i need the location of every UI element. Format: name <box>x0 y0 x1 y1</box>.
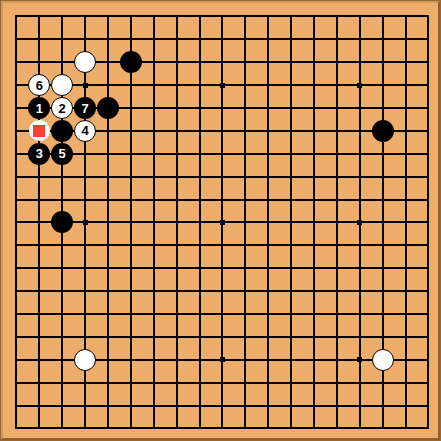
intersection <box>325 280 348 303</box>
intersection <box>234 97 257 120</box>
intersection <box>142 371 165 394</box>
intersection <box>5 74 28 97</box>
intersection <box>119 188 142 211</box>
intersection <box>394 119 417 142</box>
intersection <box>97 51 120 74</box>
intersection <box>280 257 303 280</box>
intersection <box>417 51 440 74</box>
intersection <box>142 142 165 165</box>
intersection <box>5 257 28 280</box>
intersection <box>5 5 28 28</box>
intersection <box>211 394 234 417</box>
intersection <box>325 348 348 371</box>
intersection <box>394 280 417 303</box>
intersection <box>188 51 211 74</box>
intersection <box>371 280 394 303</box>
intersection <box>188 280 211 303</box>
intersection <box>303 257 326 280</box>
intersection <box>165 74 188 97</box>
intersection <box>280 5 303 28</box>
intersection <box>348 417 371 440</box>
intersection <box>325 371 348 394</box>
intersection <box>257 234 280 257</box>
intersection <box>97 348 120 371</box>
intersection <box>211 165 234 188</box>
intersection <box>28 165 51 188</box>
intersection <box>119 257 142 280</box>
intersection <box>211 280 234 303</box>
intersection <box>97 417 120 440</box>
intersection <box>142 97 165 120</box>
red-square-icon <box>33 125 45 137</box>
intersection <box>5 371 28 394</box>
intersection <box>394 394 417 417</box>
intersection <box>5 348 28 371</box>
intersection <box>257 257 280 280</box>
intersection <box>234 119 257 142</box>
intersection <box>257 348 280 371</box>
intersection <box>211 28 234 51</box>
intersection <box>417 74 440 97</box>
intersection <box>97 5 120 28</box>
intersection <box>165 51 188 74</box>
intersection <box>303 142 326 165</box>
intersection <box>417 119 440 142</box>
intersection <box>303 325 326 348</box>
intersection <box>97 325 120 348</box>
intersection <box>211 303 234 326</box>
star-point <box>357 83 362 88</box>
intersection <box>371 188 394 211</box>
intersection <box>51 325 74 348</box>
goban: 6127435 <box>1 1 440 440</box>
intersection <box>303 97 326 120</box>
intersection <box>211 417 234 440</box>
intersection <box>211 257 234 280</box>
intersection <box>371 325 394 348</box>
star-point <box>220 357 225 362</box>
intersection <box>28 348 51 371</box>
intersection <box>280 303 303 326</box>
intersection <box>211 234 234 257</box>
intersection <box>165 348 188 371</box>
intersection <box>348 97 371 120</box>
intersection <box>188 28 211 51</box>
intersection <box>28 417 51 440</box>
intersection <box>234 371 257 394</box>
intersection <box>371 303 394 326</box>
intersection <box>5 234 28 257</box>
intersection <box>371 97 394 120</box>
intersection <box>74 303 97 326</box>
intersection <box>188 257 211 280</box>
intersection <box>142 74 165 97</box>
intersection <box>28 28 51 51</box>
intersection <box>97 371 120 394</box>
intersection <box>394 74 417 97</box>
intersection <box>234 211 257 234</box>
intersection <box>234 234 257 257</box>
intersection <box>142 325 165 348</box>
white-stone-move-4: 4 <box>74 120 96 142</box>
intersection <box>234 280 257 303</box>
intersection <box>325 325 348 348</box>
intersection <box>280 119 303 142</box>
goban-frame: 6127435 <box>0 0 441 441</box>
intersection <box>97 211 120 234</box>
intersection <box>257 280 280 303</box>
intersection <box>165 97 188 120</box>
intersection <box>417 165 440 188</box>
intersection <box>303 188 326 211</box>
intersection <box>28 211 51 234</box>
intersection <box>394 165 417 188</box>
intersection <box>303 74 326 97</box>
intersection <box>142 28 165 51</box>
intersection <box>257 303 280 326</box>
intersection <box>257 119 280 142</box>
intersection <box>211 325 234 348</box>
intersection <box>325 142 348 165</box>
intersection <box>257 142 280 165</box>
intersection <box>97 74 120 97</box>
intersection <box>348 325 371 348</box>
black-stone-move-5: 5 <box>51 143 73 165</box>
star-point <box>220 83 225 88</box>
intersection <box>97 303 120 326</box>
black-stone <box>97 97 119 119</box>
black-stone <box>51 120 73 142</box>
intersection <box>348 280 371 303</box>
intersection <box>97 165 120 188</box>
intersection <box>211 371 234 394</box>
intersection <box>74 394 97 417</box>
intersection <box>257 325 280 348</box>
intersection <box>165 257 188 280</box>
intersection <box>51 371 74 394</box>
intersection <box>97 142 120 165</box>
intersection <box>348 371 371 394</box>
intersection <box>142 303 165 326</box>
intersection <box>371 5 394 28</box>
intersection <box>417 257 440 280</box>
intersection <box>165 28 188 51</box>
intersection <box>417 394 440 417</box>
intersection <box>5 119 28 142</box>
intersection <box>280 371 303 394</box>
intersection <box>417 188 440 211</box>
intersection <box>188 165 211 188</box>
intersection <box>303 51 326 74</box>
intersection <box>325 119 348 142</box>
intersection <box>280 348 303 371</box>
intersection <box>28 257 51 280</box>
white-stone <box>372 349 394 371</box>
intersection <box>188 142 211 165</box>
intersection <box>142 119 165 142</box>
intersection <box>188 325 211 348</box>
intersection <box>234 417 257 440</box>
intersection <box>188 97 211 120</box>
star-point <box>83 220 88 225</box>
intersection <box>371 371 394 394</box>
intersection <box>234 394 257 417</box>
intersection <box>119 97 142 120</box>
black-stone <box>120 51 142 73</box>
intersection <box>394 257 417 280</box>
black-stone-move-3: 3 <box>28 143 50 165</box>
intersection <box>234 165 257 188</box>
intersection <box>165 417 188 440</box>
intersection <box>5 142 28 165</box>
intersection <box>417 28 440 51</box>
intersection <box>74 325 97 348</box>
intersection <box>348 28 371 51</box>
intersection <box>51 348 74 371</box>
intersection <box>371 142 394 165</box>
intersection <box>257 188 280 211</box>
intersection <box>303 119 326 142</box>
intersection <box>74 257 97 280</box>
intersection <box>74 165 97 188</box>
intersection <box>119 74 142 97</box>
intersection <box>280 325 303 348</box>
intersection <box>5 417 28 440</box>
intersection <box>74 371 97 394</box>
intersection <box>51 51 74 74</box>
intersection <box>371 28 394 51</box>
intersection <box>165 280 188 303</box>
intersection <box>188 394 211 417</box>
intersection <box>51 28 74 51</box>
intersection <box>234 74 257 97</box>
intersection <box>257 371 280 394</box>
intersection <box>119 417 142 440</box>
intersection <box>142 280 165 303</box>
intersection <box>119 5 142 28</box>
intersection <box>97 394 120 417</box>
intersection <box>5 325 28 348</box>
intersection <box>119 28 142 51</box>
star-point <box>83 83 88 88</box>
intersection <box>165 188 188 211</box>
intersection <box>325 303 348 326</box>
intersection <box>303 5 326 28</box>
intersection <box>74 417 97 440</box>
intersection <box>417 348 440 371</box>
intersection <box>211 5 234 28</box>
intersection <box>165 119 188 142</box>
intersection <box>325 417 348 440</box>
intersection <box>142 257 165 280</box>
intersection <box>28 371 51 394</box>
intersection <box>119 119 142 142</box>
intersection <box>371 74 394 97</box>
intersection <box>142 417 165 440</box>
intersection <box>51 303 74 326</box>
intersection <box>97 280 120 303</box>
intersection <box>5 280 28 303</box>
intersection <box>165 5 188 28</box>
intersection <box>348 394 371 417</box>
intersection <box>280 51 303 74</box>
intersection <box>119 142 142 165</box>
intersection <box>234 142 257 165</box>
intersection <box>371 417 394 440</box>
intersection <box>394 371 417 394</box>
intersection <box>211 51 234 74</box>
intersection <box>303 394 326 417</box>
intersection <box>74 234 97 257</box>
intersection <box>165 165 188 188</box>
intersection <box>211 188 234 211</box>
intersection <box>5 28 28 51</box>
intersection <box>371 234 394 257</box>
intersection <box>74 188 97 211</box>
intersection <box>97 188 120 211</box>
intersection <box>280 211 303 234</box>
intersection <box>348 165 371 188</box>
intersection <box>28 234 51 257</box>
intersection <box>5 97 28 120</box>
intersection <box>325 188 348 211</box>
intersection <box>394 417 417 440</box>
white-stone <box>74 349 96 371</box>
intersection <box>188 74 211 97</box>
intersection <box>417 142 440 165</box>
intersection <box>211 97 234 120</box>
intersection <box>142 188 165 211</box>
intersection <box>234 303 257 326</box>
intersection <box>394 348 417 371</box>
intersection <box>5 51 28 74</box>
intersection <box>280 74 303 97</box>
intersection <box>119 303 142 326</box>
intersection <box>325 51 348 74</box>
star-point <box>357 220 362 225</box>
intersection <box>394 188 417 211</box>
intersection <box>165 142 188 165</box>
intersection <box>188 303 211 326</box>
intersection <box>348 119 371 142</box>
intersection <box>5 211 28 234</box>
intersection <box>325 28 348 51</box>
intersection <box>28 303 51 326</box>
intersection <box>51 280 74 303</box>
intersection <box>417 234 440 257</box>
intersection <box>211 119 234 142</box>
intersection <box>5 303 28 326</box>
intersection <box>348 5 371 28</box>
intersection <box>303 211 326 234</box>
intersection <box>280 97 303 120</box>
intersection <box>325 257 348 280</box>
intersection <box>211 142 234 165</box>
intersection <box>394 142 417 165</box>
intersection <box>51 5 74 28</box>
intersection <box>348 303 371 326</box>
intersection <box>51 165 74 188</box>
intersection <box>394 5 417 28</box>
intersection <box>325 394 348 417</box>
intersection <box>257 28 280 51</box>
intersection <box>165 234 188 257</box>
intersection <box>371 211 394 234</box>
intersection <box>417 325 440 348</box>
intersection <box>74 28 97 51</box>
intersection <box>51 257 74 280</box>
intersection <box>325 211 348 234</box>
intersection <box>257 74 280 97</box>
intersection <box>257 51 280 74</box>
star-point <box>220 220 225 225</box>
intersection <box>371 257 394 280</box>
intersection <box>188 119 211 142</box>
intersection <box>142 394 165 417</box>
intersection <box>280 142 303 165</box>
intersection <box>325 234 348 257</box>
intersection <box>325 74 348 97</box>
intersection <box>280 188 303 211</box>
intersection <box>188 5 211 28</box>
intersection <box>394 303 417 326</box>
intersection <box>371 51 394 74</box>
intersection <box>5 394 28 417</box>
intersection <box>142 165 165 188</box>
intersection <box>142 211 165 234</box>
intersection <box>51 188 74 211</box>
intersection <box>303 165 326 188</box>
intersection <box>234 348 257 371</box>
intersection <box>394 234 417 257</box>
intersection <box>97 28 120 51</box>
intersection <box>5 188 28 211</box>
intersection <box>165 394 188 417</box>
intersection <box>325 97 348 120</box>
intersection <box>119 165 142 188</box>
intersection <box>188 211 211 234</box>
intersection <box>188 371 211 394</box>
intersection <box>257 394 280 417</box>
black-stone <box>372 120 394 142</box>
intersection <box>97 234 120 257</box>
intersection <box>119 280 142 303</box>
intersection <box>303 348 326 371</box>
intersection <box>234 188 257 211</box>
intersection <box>142 234 165 257</box>
intersection <box>348 188 371 211</box>
intersection <box>119 371 142 394</box>
intersection <box>325 5 348 28</box>
intersection <box>417 97 440 120</box>
intersection <box>74 5 97 28</box>
intersection <box>119 234 142 257</box>
intersection <box>234 257 257 280</box>
intersection <box>394 97 417 120</box>
intersection <box>142 51 165 74</box>
intersection <box>74 280 97 303</box>
intersection <box>257 211 280 234</box>
intersection <box>142 348 165 371</box>
intersection <box>188 417 211 440</box>
intersection <box>28 5 51 28</box>
intersection <box>394 28 417 51</box>
intersection <box>165 371 188 394</box>
intersection <box>280 165 303 188</box>
intersection <box>97 119 120 142</box>
intersection <box>188 348 211 371</box>
intersection <box>28 188 51 211</box>
